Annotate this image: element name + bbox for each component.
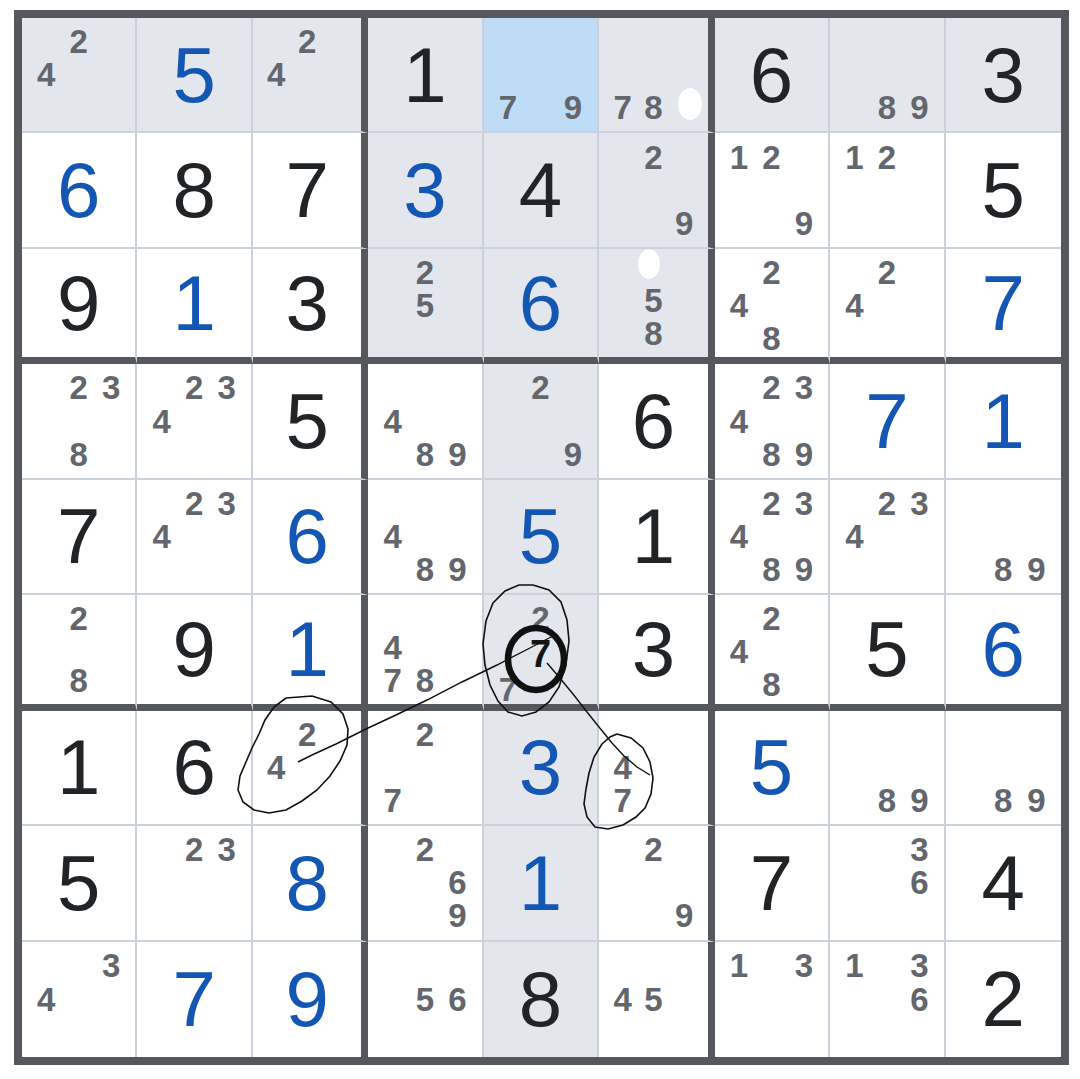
- candidate-grid: 489: [376, 371, 473, 470]
- entered-digit: 3: [519, 728, 562, 806]
- candidate-grid: 78: [607, 25, 699, 124]
- candidate-7: 7: [607, 784, 638, 817]
- cell-r8c2[interactable]: 23: [137, 826, 252, 941]
- candidate-4: 4: [723, 520, 755, 553]
- candidate-grid: 23: [145, 833, 242, 932]
- cell-r7c8[interactable]: 89: [830, 711, 945, 826]
- entered-digit: 1: [519, 844, 562, 922]
- candidate-9: 9: [441, 899, 473, 932]
- cell-r5c1[interactable]: 7: [22, 480, 137, 595]
- candidate-2: 2: [524, 371, 556, 404]
- candidate-9: 9: [788, 207, 820, 240]
- candidate-3: 3: [903, 833, 935, 866]
- entered-digit: 1: [982, 382, 1025, 460]
- candidate-2: 2: [292, 718, 323, 751]
- cell-r4c8[interactable]: 7: [830, 364, 945, 479]
- cell-r9c1[interactable]: 34: [22, 942, 137, 1057]
- candidate-3: 3: [95, 949, 127, 983]
- candidate-2: 2: [755, 602, 787, 635]
- candidate-8: 8: [755, 322, 787, 355]
- candidate-4: 4: [376, 404, 408, 437]
- penciled-bold-7: 7: [524, 635, 556, 673]
- candidate-2: 2: [755, 256, 787, 289]
- entered-digit: 9: [285, 960, 328, 1038]
- cell-r8c5[interactable]: 1: [484, 826, 599, 941]
- cell-r8c1[interactable]: 5: [22, 826, 137, 941]
- cell-r7c3[interactable]: 24: [253, 711, 368, 826]
- cell-r3c4[interactable]: 25: [368, 249, 483, 364]
- entered-digit: 7: [172, 960, 215, 1038]
- entered-digit: 7: [982, 264, 1025, 342]
- cell-r6c8[interactable]: 5: [830, 595, 945, 710]
- cell-r6c3[interactable]: 1: [253, 595, 368, 710]
- candidate-2: 2: [871, 140, 903, 173]
- cell-r4c5[interactable]: 29: [484, 364, 599, 479]
- given-digit: 3: [632, 610, 675, 688]
- candidate-4: 4: [723, 289, 755, 322]
- cell-r7c2[interactable]: 6: [137, 711, 252, 826]
- candidate-2: 2: [62, 371, 94, 404]
- candidate-grid: 89: [954, 487, 1053, 586]
- given-digit: 1: [632, 497, 675, 575]
- cell-r7c5[interactable]: 3: [484, 711, 599, 826]
- candidate-grid: 28: [30, 602, 127, 696]
- cell-r4c6[interactable]: 6: [599, 364, 714, 479]
- entered-digit: 5: [519, 497, 562, 575]
- cell-r8c6[interactable]: 29: [599, 826, 714, 941]
- given-digit: 5: [57, 844, 100, 922]
- entered-digit: 3: [403, 151, 446, 229]
- candidate-1: 1: [723, 949, 755, 983]
- candidate-9: 9: [669, 899, 700, 932]
- candidate-9: 9: [669, 207, 700, 240]
- cell-r7c7[interactable]: 5: [715, 711, 830, 826]
- cell-r2c6[interactable]: 29: [599, 133, 714, 248]
- candidate-3: 3: [903, 487, 935, 520]
- candidate-9: 9: [441, 553, 473, 586]
- candidate-grid: 24: [30, 25, 127, 124]
- candidate-2: 2: [638, 140, 669, 173]
- sudoku-board: 2452417978689368734291291259132565824824…: [14, 10, 1069, 1065]
- candidate-3: 3: [788, 487, 820, 520]
- cell-r4c1[interactable]: 238: [22, 364, 137, 479]
- candidate-4: 4: [723, 404, 755, 437]
- cell-r7c1[interactable]: 1: [22, 711, 137, 826]
- entered-digit: 5: [750, 728, 793, 806]
- candidate-grid: 29: [607, 140, 699, 239]
- cell-r5c9[interactable]: 89: [946, 480, 1061, 595]
- cell-r6c2[interactable]: 9: [137, 595, 252, 710]
- candidate-3: 3: [903, 949, 935, 983]
- given-digit: 3: [982, 36, 1025, 114]
- given-digit: 4: [982, 844, 1025, 922]
- candidate-9: 9: [1020, 784, 1053, 817]
- candidate-8: 8: [409, 438, 441, 471]
- candidate-4: 4: [607, 751, 638, 784]
- candidate-4: 4: [30, 58, 62, 91]
- cell-r4c9[interactable]: 1: [946, 364, 1061, 479]
- given-digit: 2: [982, 960, 1025, 1038]
- given-digit: 7: [285, 151, 328, 229]
- candidate-grid: 24: [838, 256, 935, 350]
- cell-r4c4[interactable]: 489: [368, 364, 483, 479]
- candidate-1: 1: [723, 140, 755, 173]
- candidate-grid: 269: [376, 833, 473, 932]
- candidate-7: 7: [376, 664, 408, 697]
- candidate-8: 8: [409, 553, 441, 586]
- given-digit: 4: [519, 151, 562, 229]
- candidate-3: 3: [210, 833, 242, 866]
- cell-r2c8[interactable]: 12: [830, 133, 945, 248]
- candidate-grid: 129: [723, 140, 820, 239]
- candidate-1: 1: [838, 140, 870, 173]
- cell-r3c6[interactable]: 58: [599, 249, 714, 364]
- candidate-7: 7: [492, 91, 524, 124]
- cell-r1c3[interactable]: 24: [253, 18, 368, 133]
- candidate-2: 2: [871, 256, 903, 289]
- candidate-8: 8: [755, 668, 787, 701]
- cell-r7c9[interactable]: 89: [946, 711, 1061, 826]
- cell-r6c5[interactable]: 277: [484, 595, 599, 710]
- cell-r1c9[interactable]: 3: [946, 18, 1061, 133]
- candidate-2: 2: [638, 833, 669, 866]
- candidate-grid: 489: [376, 487, 473, 586]
- candidate-8: 8: [987, 784, 1020, 817]
- cell-r6c9[interactable]: 6: [946, 595, 1061, 710]
- candidate-2: 2: [755, 140, 787, 173]
- candidate-6: 6: [441, 982, 473, 1016]
- cell-r8c7[interactable]: 7: [715, 826, 830, 941]
- candidate-9: 9: [903, 784, 935, 817]
- candidate-3: 3: [788, 371, 820, 404]
- cell-r4c2[interactable]: 234: [137, 364, 252, 479]
- cell-r6c4[interactable]: 478: [368, 595, 483, 710]
- cell-r3c5[interactable]: 6: [484, 249, 599, 364]
- candidate-grid: 248: [723, 256, 820, 350]
- given-digit: 6: [632, 382, 675, 460]
- candidate-5: 5: [638, 982, 669, 1016]
- candidate-grid: 234: [145, 487, 242, 586]
- cell-r5c6[interactable]: 1: [599, 480, 714, 595]
- candidate-2: 2: [62, 602, 94, 635]
- candidate-4: 4: [145, 404, 177, 437]
- given-digit: 5: [865, 610, 908, 688]
- cell-r9c3[interactable]: 9: [253, 942, 368, 1057]
- cell-r1c4[interactable]: 1: [368, 18, 483, 133]
- candidate-5: 5: [638, 284, 669, 317]
- candidate-2: 2: [871, 487, 903, 520]
- cell-r9c2[interactable]: 7: [137, 942, 252, 1057]
- candidate-grid: 12: [838, 140, 935, 239]
- cell-r5c2[interactable]: 234: [137, 480, 252, 595]
- entered-digit: 8: [285, 844, 328, 922]
- cell-r1c6[interactable]: 78: [599, 18, 714, 133]
- cell-r7c4[interactable]: 27: [368, 711, 483, 826]
- candidate-2: 2: [409, 256, 441, 289]
- candidate-5: 5: [409, 982, 441, 1016]
- candidate-grid: 89: [838, 718, 935, 817]
- cell-r9c5[interactable]: 8: [484, 942, 599, 1057]
- cell-r3c8[interactable]: 24: [830, 249, 945, 364]
- candidate-1: 1: [838, 949, 870, 983]
- cell-r2c5[interactable]: 4: [484, 133, 599, 248]
- entered-digit: 6: [519, 264, 562, 342]
- entered-digit: 1: [285, 610, 328, 688]
- given-digit: 5: [982, 151, 1025, 229]
- candidate-grid: 47: [607, 718, 699, 817]
- candidate-8: 8: [755, 438, 787, 471]
- candidate-2: 2: [524, 602, 556, 635]
- cell-r2c4[interactable]: 3: [368, 133, 483, 248]
- cell-r5c5[interactable]: 5: [484, 480, 599, 595]
- candidate-grid: 24: [261, 718, 353, 817]
- cell-r4c7[interactable]: 23489: [715, 364, 830, 479]
- given-digit: 1: [57, 728, 100, 806]
- candidate-4: 4: [261, 58, 292, 91]
- candidate-7: 7: [607, 91, 638, 124]
- entered-digit: 6: [285, 497, 328, 575]
- candidate-grid: 89: [954, 718, 1053, 817]
- candidate-3: 3: [788, 949, 820, 983]
- entered-digit: 5: [172, 36, 215, 114]
- candidate-9: 9: [557, 438, 589, 471]
- candidate-grid: 234: [145, 371, 242, 470]
- candidate-grid: 25: [376, 256, 473, 350]
- candidate-8: 8: [755, 553, 787, 586]
- entered-digit: 7: [865, 382, 908, 460]
- cell-r1c7[interactable]: 6: [715, 18, 830, 133]
- candidate-grid: 277: [492, 602, 589, 696]
- cell-r8c3[interactable]: 8: [253, 826, 368, 941]
- given-digit: 1: [403, 36, 446, 114]
- cell-r3c3[interactable]: 3: [253, 249, 368, 364]
- cell-r1c1[interactable]: 24: [22, 18, 137, 133]
- cell-r6c6[interactable]: 3: [599, 595, 714, 710]
- candidate-2: 2: [178, 833, 210, 866]
- candidate-9: 9: [788, 553, 820, 586]
- candidate-6: 6: [903, 866, 935, 899]
- cell-r8c9[interactable]: 4: [946, 826, 1061, 941]
- given-digit: 8: [519, 960, 562, 1038]
- candidate-8: 8: [638, 91, 669, 124]
- cell-r5c3[interactable]: 6: [253, 480, 368, 595]
- candidate-9: 9: [903, 91, 935, 124]
- candidate-grid: 45: [607, 949, 699, 1050]
- given-digit: 3: [285, 264, 328, 342]
- candidate-grid: 238: [30, 371, 127, 470]
- cell-r3c2[interactable]: 1: [137, 249, 252, 364]
- candidate-8: 8: [638, 317, 669, 350]
- given-digit: 8: [172, 151, 215, 229]
- candidate-9: 9: [788, 438, 820, 471]
- cell-r9c7[interactable]: 13: [715, 942, 830, 1057]
- candidate-4: 4: [607, 982, 638, 1016]
- candidate-grid: 79: [492, 25, 589, 124]
- candidate-grid: 56: [376, 949, 473, 1050]
- cell-r9c4[interactable]: 56: [368, 942, 483, 1057]
- candidate-3: 3: [210, 371, 242, 404]
- entered-digit: 6: [982, 610, 1025, 688]
- candidate-grid: 89: [838, 25, 935, 124]
- candidate-8: 8: [987, 553, 1020, 586]
- sudoku-app: { "game": "Sudoku", "position": "0501006…: [0, 0, 1080, 1079]
- cell-r2c3[interactable]: 7: [253, 133, 368, 248]
- candidate-2: 2: [409, 833, 441, 866]
- candidate-grid: 34: [30, 949, 127, 1050]
- cell-r9c6[interactable]: 45: [599, 942, 714, 1057]
- candidate-4: 4: [376, 631, 408, 664]
- candidate-6: 6: [903, 982, 935, 1016]
- candidate-4: 4: [376, 520, 408, 553]
- candidate-2: 2: [178, 371, 210, 404]
- cell-r8c8[interactable]: 36: [830, 826, 945, 941]
- given-digit: 5: [285, 382, 328, 460]
- cell-r2c1[interactable]: 6: [22, 133, 137, 248]
- candidate-8: 8: [62, 664, 94, 697]
- cell-r9c9[interactable]: 2: [946, 942, 1061, 1057]
- cell-r1c2[interactable]: 5: [137, 18, 252, 133]
- candidate-8: 8: [62, 438, 94, 471]
- cell-r2c7[interactable]: 129: [715, 133, 830, 248]
- candidate-2: 2: [409, 718, 441, 751]
- candidate-grid: 27: [376, 718, 473, 817]
- given-digit: 6: [750, 36, 793, 114]
- candidate-grid: 36: [838, 833, 935, 932]
- candidate-8: 8: [409, 664, 441, 697]
- cell-r2c9[interactable]: 5: [946, 133, 1061, 248]
- given-digit: 6: [172, 728, 215, 806]
- candidate-grid: 248: [723, 602, 820, 696]
- candidate-9: 9: [441, 438, 473, 471]
- candidate-4: 4: [838, 289, 870, 322]
- given-digit: 9: [172, 610, 215, 688]
- cell-r9c8[interactable]: 136: [830, 942, 945, 1057]
- candidate-2: 2: [755, 487, 787, 520]
- candidate-6: 6: [441, 866, 473, 899]
- candidate-8: 8: [871, 91, 903, 124]
- candidate-2: 2: [178, 487, 210, 520]
- cell-r5c8[interactable]: 234: [830, 480, 945, 595]
- candidate-8: 8: [871, 784, 903, 817]
- candidate-5: 5: [409, 289, 441, 322]
- entered-digit: 1: [172, 264, 215, 342]
- candidate-4: 4: [261, 751, 292, 784]
- candidate-grid: 234: [838, 487, 935, 586]
- cell-r6c7[interactable]: 248: [715, 595, 830, 710]
- candidate-4: 4: [145, 520, 177, 553]
- given-digit: 7: [57, 497, 100, 575]
- candidate-grid: 29: [607, 833, 699, 932]
- candidate-4: 4: [30, 982, 62, 1016]
- candidate-4: 4: [723, 635, 755, 668]
- cell-r3c1[interactable]: 9: [22, 249, 137, 364]
- candidate-grid: 24: [261, 25, 353, 124]
- candidate-grid: 136: [838, 949, 935, 1050]
- cell-r3c9[interactable]: 7: [946, 249, 1061, 364]
- cell-r1c8[interactable]: 89: [830, 18, 945, 133]
- cell-r6c1[interactable]: 28: [22, 595, 137, 710]
- candidate-2: 2: [755, 371, 787, 404]
- given-digit: 7: [750, 844, 793, 922]
- candidate-2: 2: [292, 25, 323, 58]
- candidate-3: 3: [95, 371, 127, 404]
- candidate-7: 7: [492, 673, 524, 706]
- candidate-grid: 13: [723, 949, 820, 1050]
- candidate-4: 4: [838, 520, 870, 553]
- candidate-grid: 23489: [723, 487, 820, 586]
- cell-r1c5[interactable]: 79: [484, 18, 599, 133]
- cell-r7c6[interactable]: 47: [599, 711, 714, 826]
- entered-digit: 6: [57, 151, 100, 229]
- candidate-9: 9: [1020, 553, 1053, 586]
- cell-r5c4[interactable]: 489: [368, 480, 483, 595]
- cell-r8c4[interactable]: 269: [368, 826, 483, 941]
- cell-r5c7[interactable]: 23489: [715, 480, 830, 595]
- candidate-3: 3: [210, 487, 242, 520]
- given-digit: 9: [57, 264, 100, 342]
- candidate-7: 7: [376, 784, 408, 817]
- candidate-grid: 58: [607, 256, 699, 350]
- cell-r3c7[interactable]: 248: [715, 249, 830, 364]
- candidate-2: 2: [62, 25, 94, 58]
- cell-r4c3[interactable]: 5: [253, 364, 368, 479]
- candidate-grid: 478: [376, 602, 473, 696]
- candidate-grid: 23489: [723, 371, 820, 470]
- cell-r2c2[interactable]: 8: [137, 133, 252, 248]
- candidate-9: 9: [557, 91, 589, 124]
- candidate-grid: 29: [492, 371, 589, 470]
